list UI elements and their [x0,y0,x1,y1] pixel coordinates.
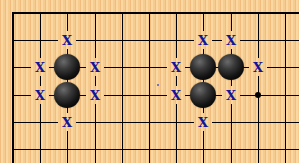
grid-line-vertical [285,12,286,163]
black-stone [190,54,216,80]
grid-line-vertical [258,76,259,163]
liberty-mark: X [194,31,212,49]
grid-line-vertical [176,12,177,58]
grid-line-vertical [231,12,232,31]
grid-line-vertical [95,12,96,58]
grid-line-horizontal [240,95,299,96]
grid-line-vertical [67,12,68,31]
grid-line-vertical [149,12,150,163]
grid-line-horizontal [104,67,167,68]
grid-line-vertical [40,104,41,163]
grid-line-horizontal [12,12,299,14]
liberty-mark: X [86,58,104,76]
liberty-mark: X [86,86,104,104]
black-stone [54,54,80,80]
liberty-mark: X [167,86,185,104]
grid-line-vertical [95,76,96,86]
grid-line-vertical [176,104,177,163]
black-stone [218,54,244,80]
liberty-mark: X [167,58,185,76]
grid-line-vertical [95,104,96,163]
grid-line-horizontal [104,95,167,96]
grid-line-vertical [203,131,204,163]
liberty-mark: X [249,58,267,76]
grid-line-horizontal [12,95,31,96]
grid-line-horizontal [240,40,299,41]
grid-line-vertical [231,104,232,163]
liberty-mark: X [31,86,49,104]
hoshi-point [255,92,261,98]
liberty-mark: X [58,31,76,49]
liberty-mark: X [194,113,212,131]
grid-line-horizontal [12,67,31,68]
grid-line-vertical [122,12,123,163]
grid-line-horizontal [12,40,58,41]
grid-line-vertical [203,12,204,31]
grid-line-vertical [40,76,41,86]
grid-line-vertical [40,12,41,58]
grid-line-horizontal [12,149,299,150]
grid-line-horizontal [212,40,222,41]
grid-line-horizontal [267,67,299,68]
liberty-mark: X [58,113,76,131]
grid-line-vertical [258,12,259,58]
liberty-mark: X [222,31,240,49]
black-stone [190,82,216,108]
go-board: XXXXXXXXXXXXX [0,0,299,163]
liberty-mark: X [222,86,240,104]
grid-line-vertical [12,12,14,163]
black-stone [54,82,80,108]
liberty-mark: X [31,58,49,76]
grid-line-horizontal [12,122,58,123]
grid-line-vertical [176,76,177,86]
stray-dot [157,84,159,86]
grid-line-vertical [67,131,68,163]
